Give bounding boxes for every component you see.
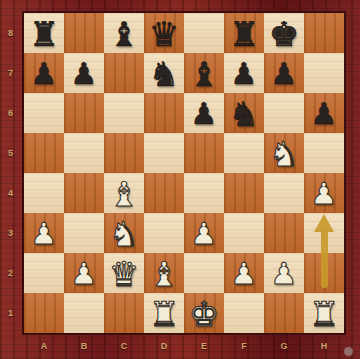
piece-black-pawn[interactable]: ♟ — [224, 53, 264, 93]
piece-white-pawn[interactable]: ♟ — [24, 213, 64, 253]
square-g8[interactable]: ♚ — [264, 13, 304, 53]
chess-board-frame: 87654321 ABCDEFGH ♜♝♛♜♚♟♟♞♝♟♟♟♞♟♞♝♟♟♞♟♟♛… — [0, 0, 360, 359]
square-g4[interactable] — [264, 173, 304, 213]
square-f7[interactable]: ♟ — [224, 53, 264, 93]
square-g5[interactable]: ♞ — [264, 133, 304, 173]
piece-black-bishop[interactable]: ♝ — [184, 53, 224, 93]
square-b8[interactable] — [64, 13, 104, 53]
rank-label-5: 5 — [2, 133, 19, 173]
piece-white-knight[interactable]: ♞ — [104, 213, 144, 253]
square-f5[interactable] — [224, 133, 264, 173]
square-b6[interactable] — [64, 93, 104, 133]
file-label-e: E — [184, 333, 224, 359]
piece-white-rook[interactable]: ♜ — [144, 293, 184, 333]
square-c1[interactable] — [104, 293, 144, 333]
square-h7[interactable] — [304, 53, 344, 93]
file-label-d: D — [144, 333, 184, 359]
square-a8[interactable]: ♜ — [24, 13, 64, 53]
square-e8[interactable] — [184, 13, 224, 53]
piece-black-bishop[interactable]: ♝ — [104, 13, 144, 53]
square-a6[interactable] — [24, 93, 64, 133]
square-e1[interactable]: ♚ — [184, 293, 224, 333]
square-a1[interactable] — [24, 293, 64, 333]
watermark-dot-icon — [344, 347, 353, 356]
square-f6[interactable]: ♞ — [224, 93, 264, 133]
square-g6[interactable] — [264, 93, 304, 133]
piece-black-knight[interactable]: ♞ — [224, 93, 264, 133]
piece-black-pawn[interactable]: ♟ — [184, 93, 224, 133]
square-f8[interactable]: ♜ — [224, 13, 264, 53]
square-d3[interactable] — [144, 213, 184, 253]
file-label-b: B — [64, 333, 104, 359]
square-g2[interactable]: ♟ — [264, 253, 304, 293]
square-c4[interactable]: ♝ — [104, 173, 144, 213]
square-h1[interactable]: ♜ — [304, 293, 344, 333]
square-e4[interactable] — [184, 173, 224, 213]
square-e7[interactable]: ♝ — [184, 53, 224, 93]
square-c5[interactable] — [104, 133, 144, 173]
square-b5[interactable] — [64, 133, 104, 173]
piece-black-knight[interactable]: ♞ — [144, 53, 184, 93]
file-label-f: F — [224, 333, 264, 359]
square-c2[interactable]: ♛ — [104, 253, 144, 293]
square-h4[interactable]: ♟ — [304, 173, 344, 213]
square-a3[interactable]: ♟ — [24, 213, 64, 253]
piece-black-pawn[interactable]: ♟ — [64, 53, 104, 93]
square-a5[interactable] — [24, 133, 64, 173]
arrow-shaft — [321, 231, 328, 288]
rank-label-7: 7 — [2, 53, 19, 93]
square-a7[interactable]: ♟ — [24, 53, 64, 93]
piece-white-pawn[interactable]: ♟ — [304, 173, 344, 213]
rank-label-6: 6 — [2, 93, 19, 133]
square-d7[interactable]: ♞ — [144, 53, 184, 93]
piece-white-rook[interactable]: ♜ — [304, 293, 344, 333]
square-c8[interactable]: ♝ — [104, 13, 144, 53]
rank-label-2: 2 — [2, 253, 19, 293]
square-e6[interactable]: ♟ — [184, 93, 224, 133]
square-d2[interactable]: ♝ — [144, 253, 184, 293]
rank-label-8: 8 — [2, 13, 19, 53]
piece-white-king[interactable]: ♚ — [184, 293, 224, 333]
piece-white-pawn[interactable]: ♟ — [184, 213, 224, 253]
file-label-h: H — [304, 333, 344, 359]
square-e3[interactable]: ♟ — [184, 213, 224, 253]
square-f4[interactable] — [224, 173, 264, 213]
square-c3[interactable]: ♞ — [104, 213, 144, 253]
square-f3[interactable] — [224, 213, 264, 253]
square-b3[interactable] — [64, 213, 104, 253]
piece-white-pawn[interactable]: ♟ — [264, 253, 304, 293]
piece-black-queen[interactable]: ♛ — [144, 13, 184, 53]
chess-board: ♜♝♛♜♚♟♟♞♝♟♟♟♞♟♞♝♟♟♞♟♟♛♝♟♟♜♚♜ — [24, 13, 344, 333]
rank-label-3: 3 — [2, 213, 19, 253]
square-c6[interactable] — [104, 93, 144, 133]
piece-white-bishop[interactable]: ♝ — [144, 253, 184, 293]
rank-label-4: 4 — [2, 173, 19, 213]
square-d1[interactable]: ♜ — [144, 293, 184, 333]
square-b7[interactable]: ♟ — [64, 53, 104, 93]
square-h5[interactable] — [304, 133, 344, 173]
file-label-c: C — [104, 333, 144, 359]
square-b4[interactable] — [64, 173, 104, 213]
piece-black-pawn[interactable]: ♟ — [24, 53, 64, 93]
square-h8[interactable] — [304, 13, 344, 53]
piece-white-knight[interactable]: ♞ — [264, 133, 304, 173]
square-h6[interactable]: ♟ — [304, 93, 344, 133]
piece-white-pawn[interactable]: ♟ — [224, 253, 264, 293]
square-b1[interactable] — [64, 293, 104, 333]
square-e2[interactable] — [184, 253, 224, 293]
square-d6[interactable] — [144, 93, 184, 133]
piece-black-rook[interactable]: ♜ — [24, 13, 64, 53]
piece-black-king[interactable]: ♚ — [264, 13, 304, 53]
piece-black-pawn[interactable]: ♟ — [304, 93, 344, 133]
square-d5[interactable] — [144, 133, 184, 173]
file-label-g: G — [264, 333, 304, 359]
square-d8[interactable]: ♛ — [144, 13, 184, 53]
piece-white-bishop[interactable]: ♝ — [104, 173, 144, 213]
square-f1[interactable] — [224, 293, 264, 333]
piece-black-rook[interactable]: ♜ — [224, 13, 264, 53]
square-g3[interactable] — [264, 213, 304, 253]
square-d4[interactable] — [144, 173, 184, 213]
square-b2[interactable]: ♟ — [64, 253, 104, 293]
square-f2[interactable]: ♟ — [224, 253, 264, 293]
square-g1[interactable] — [264, 293, 304, 333]
file-label-a: A — [24, 333, 64, 359]
piece-white-pawn[interactable]: ♟ — [64, 253, 104, 293]
square-e5[interactable] — [184, 133, 224, 173]
piece-white-queen[interactable]: ♛ — [104, 253, 144, 293]
square-g7[interactable]: ♟ — [264, 53, 304, 93]
rank-label-1: 1 — [2, 293, 19, 333]
piece-black-pawn[interactable]: ♟ — [264, 53, 304, 93]
square-a2[interactable] — [24, 253, 64, 293]
arrow-head-icon — [314, 214, 334, 232]
square-c7[interactable] — [104, 53, 144, 93]
square-a4[interactable] — [24, 173, 64, 213]
